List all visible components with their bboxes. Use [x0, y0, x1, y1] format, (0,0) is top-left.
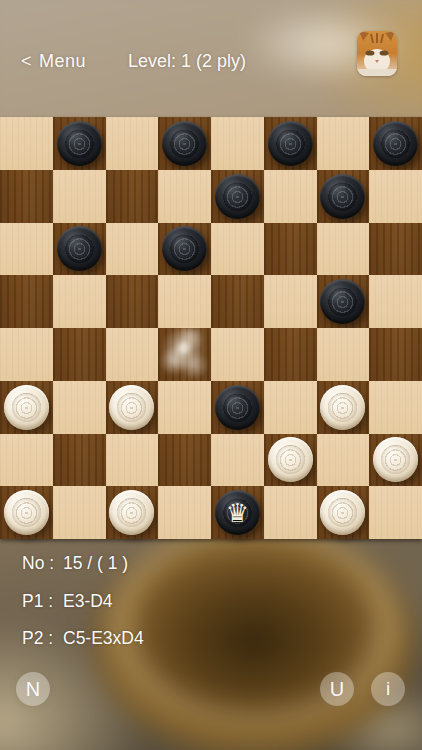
square-F1	[264, 486, 317, 539]
king-crown-icon: ♛	[215, 490, 260, 535]
square-B8[interactable]	[53, 117, 106, 170]
square-E2	[211, 434, 264, 487]
square-C1[interactable]	[106, 486, 159, 539]
square-D4[interactable]	[158, 328, 211, 381]
square-B4[interactable]	[53, 328, 106, 381]
square-F6[interactable]	[264, 223, 317, 276]
square-F2[interactable]	[264, 434, 317, 487]
square-F8[interactable]	[264, 117, 317, 170]
square-B6[interactable]	[53, 223, 106, 276]
player1-move-value: E3-D4	[63, 591, 113, 612]
player2-move-row: P2 : C5-E3xD4	[22, 628, 144, 649]
square-B3	[53, 381, 106, 434]
black-man[interactable]	[162, 121, 207, 166]
square-H6[interactable]	[369, 223, 422, 276]
square-E3[interactable]	[211, 381, 264, 434]
black-man[interactable]	[215, 174, 260, 219]
white-man[interactable]	[373, 437, 418, 482]
square-G3[interactable]	[317, 381, 370, 434]
square-G1[interactable]	[317, 486, 370, 539]
white-man[interactable]	[109, 490, 154, 535]
move-number-value: 15 / ( 1 )	[63, 553, 128, 574]
undo-button[interactable]: U	[320, 672, 354, 706]
square-G5[interactable]	[317, 275, 370, 328]
square-H3	[369, 381, 422, 434]
square-E5[interactable]	[211, 275, 264, 328]
square-C6	[106, 223, 159, 276]
square-H5	[369, 275, 422, 328]
white-man[interactable]	[320, 490, 365, 535]
black-king[interactable]: ♛	[215, 490, 260, 535]
square-H7	[369, 170, 422, 223]
square-F5	[264, 275, 317, 328]
square-C8	[106, 117, 159, 170]
square-B1	[53, 486, 106, 539]
black-man[interactable]	[320, 174, 365, 219]
square-A8	[0, 117, 53, 170]
square-D5	[158, 275, 211, 328]
square-E6	[211, 223, 264, 276]
square-A2	[0, 434, 53, 487]
square-B2[interactable]	[53, 434, 106, 487]
square-C5[interactable]	[106, 275, 159, 328]
black-man[interactable]	[215, 385, 260, 430]
player2-move-value: C5-E3xD4	[63, 628, 144, 649]
square-C3[interactable]	[106, 381, 159, 434]
white-man[interactable]	[109, 385, 154, 430]
white-man[interactable]	[268, 437, 313, 482]
square-B5	[53, 275, 106, 328]
square-F3	[264, 381, 317, 434]
square-G6	[317, 223, 370, 276]
square-G4	[317, 328, 370, 381]
player2-label: P2 :	[22, 628, 63, 649]
level-label: Level: 1 (2 ply)	[128, 51, 246, 72]
info-button[interactable]: i	[371, 672, 405, 706]
square-D2[interactable]	[158, 434, 211, 487]
chevron-left-icon: <	[21, 51, 32, 71]
black-man[interactable]	[57, 121, 102, 166]
white-man[interactable]	[4, 385, 49, 430]
square-H1	[369, 486, 422, 539]
menu-label: Menu	[39, 51, 86, 71]
square-C2	[106, 434, 159, 487]
square-A3[interactable]	[0, 381, 53, 434]
black-man[interactable]	[373, 121, 418, 166]
top-bar: <Menu Level: 1 (2 ply)	[0, 0, 422, 117]
square-E7[interactable]	[211, 170, 264, 223]
black-man[interactable]	[268, 121, 313, 166]
square-E8	[211, 117, 264, 170]
square-C4	[106, 328, 159, 381]
square-F7	[264, 170, 317, 223]
square-E1[interactable]: ♛	[211, 486, 264, 539]
square-H8[interactable]	[369, 117, 422, 170]
square-D6[interactable]	[158, 223, 211, 276]
new-game-button[interactable]: N	[16, 672, 50, 706]
player1-move-row: P1 : E3-D4	[22, 591, 113, 612]
square-D7	[158, 170, 211, 223]
move-number-row: No : 15 / ( 1 )	[22, 553, 128, 574]
square-A6	[0, 223, 53, 276]
square-A7[interactable]	[0, 170, 53, 223]
square-D3	[158, 381, 211, 434]
square-D8[interactable]	[158, 117, 211, 170]
black-man[interactable]	[57, 226, 102, 271]
square-G2	[317, 434, 370, 487]
square-A5[interactable]	[0, 275, 53, 328]
square-G8	[317, 117, 370, 170]
black-man[interactable]	[320, 279, 365, 324]
cat-avatar-image	[357, 31, 397, 76]
square-A1[interactable]	[0, 486, 53, 539]
square-C7[interactable]	[106, 170, 159, 223]
menu-back-button[interactable]: <Menu	[21, 51, 86, 72]
square-H2[interactable]	[369, 434, 422, 487]
cat-avatar[interactable]	[357, 31, 397, 76]
square-A4	[0, 328, 53, 381]
white-man[interactable]	[320, 385, 365, 430]
move-number-label: No :	[22, 553, 63, 574]
board: ♛	[0, 117, 422, 539]
square-B7	[53, 170, 106, 223]
white-man[interactable]	[4, 490, 49, 535]
black-man[interactable]	[162, 226, 207, 271]
square-G7[interactable]	[317, 170, 370, 223]
square-F4[interactable]	[264, 328, 317, 381]
square-H4[interactable]	[369, 328, 422, 381]
player1-label: P1 :	[22, 591, 63, 612]
square-E4	[211, 328, 264, 381]
app-screen: <Menu Level: 1 (2 ply)	[0, 0, 422, 750]
square-D1	[158, 486, 211, 539]
